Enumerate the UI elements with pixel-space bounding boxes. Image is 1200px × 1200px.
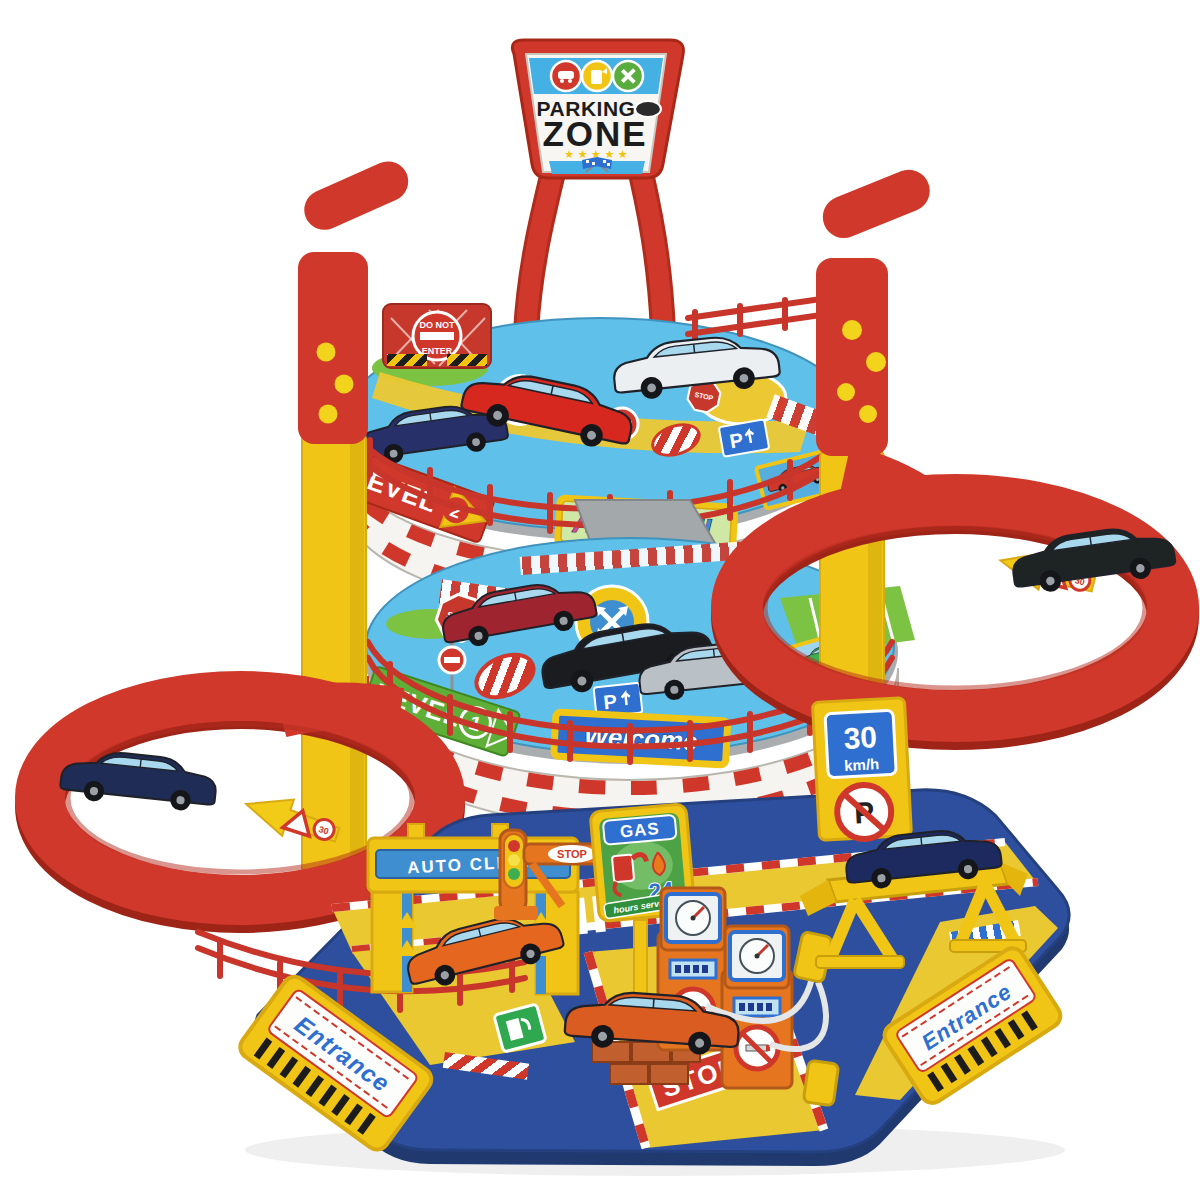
welcome-banner: Welcome bbox=[554, 712, 728, 765]
car-badge-icon bbox=[551, 61, 581, 91]
do-not-enter-sign: DO NOT ENTER bbox=[383, 304, 491, 368]
svg-text:km/h: km/h bbox=[844, 755, 880, 774]
nozzle-holder bbox=[803, 1060, 839, 1106]
gas-pump-2 bbox=[722, 926, 792, 1088]
gas-text: GAS bbox=[619, 819, 660, 841]
playset-illustration: PARKING ZONE ★ ★ ★ ★ ★ S bbox=[0, 0, 1200, 1200]
stop-gate-text: STOP bbox=[557, 848, 587, 860]
no-parking-sign: P bbox=[836, 784, 893, 841]
svg-text:DO NOT: DO NOT bbox=[420, 320, 456, 330]
tools-icon bbox=[613, 61, 643, 91]
product-photo: PARKING ZONE ★ ★ ★ ★ ★ S bbox=[0, 0, 1200, 1200]
level2-back-guardrail bbox=[688, 294, 828, 340]
parking-zone-sign: PARKING ZONE ★ ★ ★ ★ ★ bbox=[512, 40, 683, 178]
svg-text:P: P bbox=[602, 690, 618, 713]
oil-can-icon bbox=[582, 61, 612, 91]
svg-text:30: 30 bbox=[843, 720, 878, 755]
speed-noparking-panel: 30 km/h P bbox=[812, 698, 911, 842]
